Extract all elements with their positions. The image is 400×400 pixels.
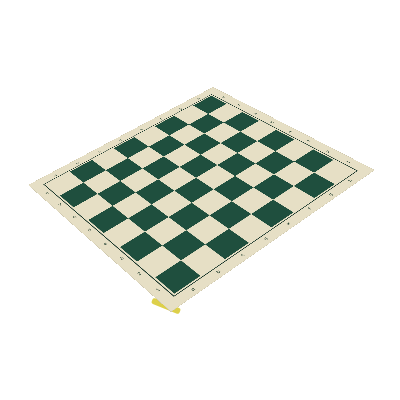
product-photo-canvas: abcdefgh abcdefgh 87654321 87654321 xyxy=(0,0,400,400)
board-grid xyxy=(47,96,355,294)
chess-board: abcdefgh abcdefgh 87654321 87654321 xyxy=(28,87,375,312)
